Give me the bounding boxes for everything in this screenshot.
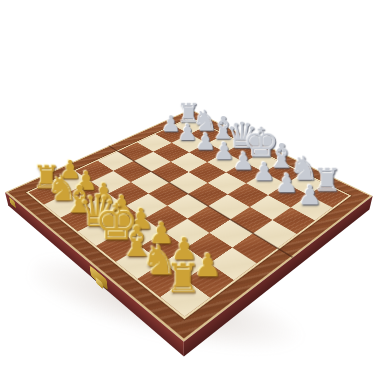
product-photo-scene: ♜♞♝♛♚♝♞♜♟♟♟♟♟♟♟♟♟♟♟♟♟♟♟♟♜♞♝♛♚♝♞♜ [0, 0, 375, 375]
